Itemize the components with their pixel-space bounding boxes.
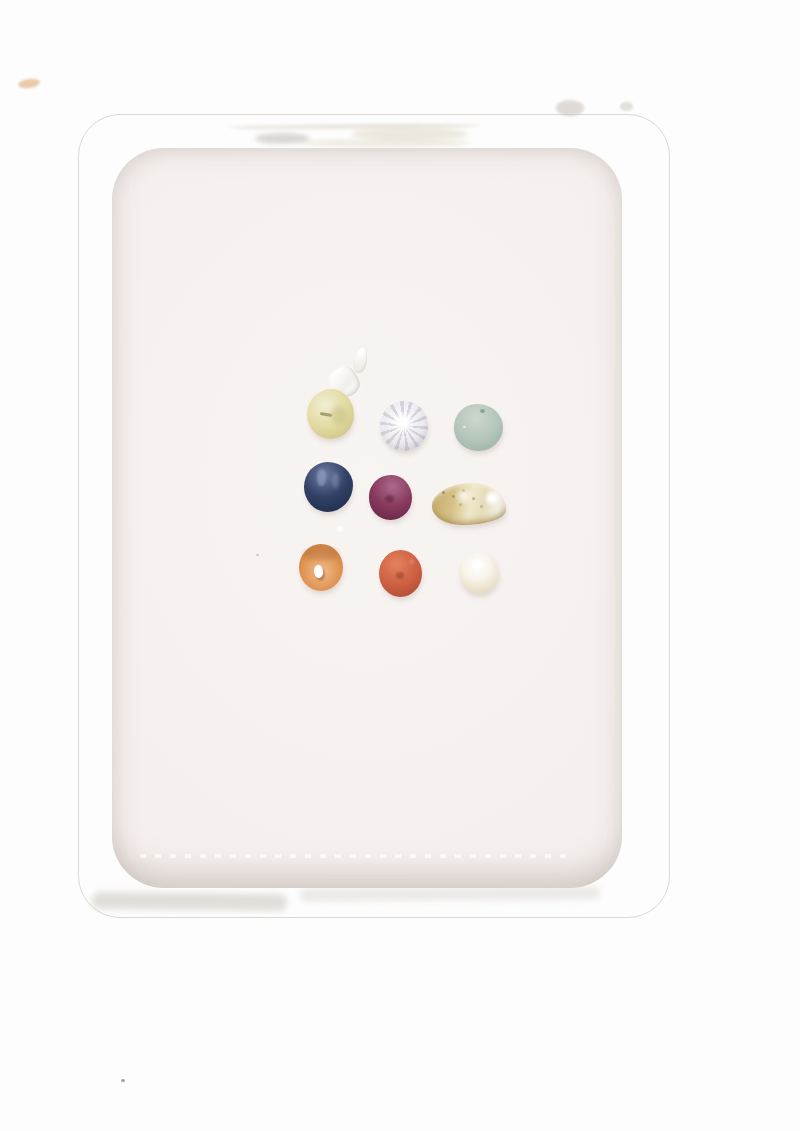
gold-piece-gem bbox=[432, 483, 506, 525]
lid-fiber-speck bbox=[256, 554, 259, 556]
gem-cell bbox=[292, 378, 366, 456]
gem-cell bbox=[366, 378, 440, 456]
red-coral-gem bbox=[379, 550, 422, 597]
blue-sapphire-gem bbox=[304, 462, 353, 512]
background-orange-speck bbox=[17, 78, 40, 90]
pearl-gem bbox=[459, 552, 499, 594]
gem-cell bbox=[292, 534, 366, 612]
lid-bottom-gloss bbox=[140, 854, 566, 858]
gem-cell bbox=[440, 534, 514, 612]
gem-cell bbox=[440, 456, 514, 534]
white-zircon-gem bbox=[380, 401, 428, 451]
hessonite-gem bbox=[299, 544, 343, 591]
background-dark-speck bbox=[121, 1079, 125, 1082]
box-bottom-shadow-left bbox=[92, 892, 287, 911]
gem-cell bbox=[366, 534, 440, 612]
top-right-smudge bbox=[620, 102, 633, 111]
gem-cell bbox=[366, 456, 440, 534]
yellow-sapphire-gem bbox=[307, 389, 354, 439]
top-edge-smudge bbox=[300, 139, 470, 147]
gem-cell bbox=[440, 378, 514, 456]
top-right-smudge bbox=[556, 100, 584, 116]
gem-cell bbox=[292, 456, 366, 534]
gem-grid bbox=[292, 378, 514, 612]
photo-frame bbox=[0, 0, 800, 1131]
ruby-gem bbox=[369, 475, 412, 520]
emerald-gem bbox=[454, 404, 503, 451]
box-bottom-shadow-right bbox=[300, 887, 600, 901]
